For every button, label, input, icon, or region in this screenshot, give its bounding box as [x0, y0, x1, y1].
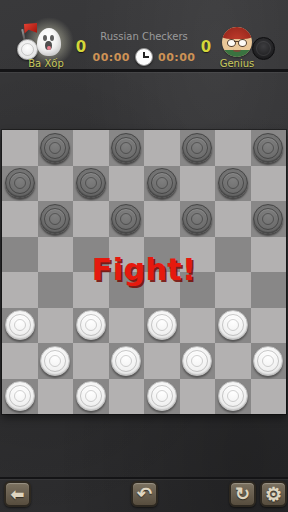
back-button[interactable]: ⬅ [4, 481, 31, 507]
square-b2[interactable] [38, 343, 74, 379]
undo-button[interactable]: ↶ [131, 481, 158, 507]
header-divider [0, 69, 288, 72]
white-piece[interactable] [40, 346, 70, 376]
black-piece[interactable] [218, 168, 248, 198]
square-d2[interactable] [109, 343, 145, 379]
square-d8[interactable] [109, 130, 145, 166]
black-piece[interactable] [111, 204, 141, 234]
square-f8[interactable] [180, 130, 216, 166]
square-f1[interactable] [180, 379, 216, 415]
square-g8[interactable] [215, 130, 251, 166]
rotate-arrows-icon: ↻ [235, 483, 250, 505]
square-a7[interactable] [2, 166, 38, 202]
square-f7[interactable] [180, 166, 216, 202]
square-b1[interactable] [38, 379, 74, 415]
square-f2[interactable] [180, 343, 216, 379]
square-c2[interactable] [73, 343, 109, 379]
square-h1[interactable] [251, 379, 287, 415]
square-c1[interactable] [73, 379, 109, 415]
square-e7[interactable] [144, 166, 180, 202]
square-b8[interactable] [38, 130, 74, 166]
gear-icon: ⚙ [265, 483, 282, 506]
timer-left: 00:00 [92, 51, 130, 64]
square-c7[interactable] [73, 166, 109, 202]
player-right-name: Genius [205, 58, 269, 69]
white-piece[interactable] [218, 310, 248, 340]
square-b3[interactable] [38, 308, 74, 344]
square-c3[interactable] [73, 308, 109, 344]
square-a1[interactable] [2, 379, 38, 415]
white-piece[interactable] [76, 310, 106, 340]
square-f3[interactable] [180, 308, 216, 344]
square-b7[interactable] [38, 166, 74, 202]
square-e6[interactable] [144, 201, 180, 237]
back-arrow-icon: ⬅ [11, 485, 24, 504]
toolbar-divider [0, 477, 288, 479]
white-piece[interactable] [253, 346, 283, 376]
white-piece[interactable] [182, 346, 212, 376]
square-h6[interactable] [251, 201, 287, 237]
square-h3[interactable] [251, 308, 287, 344]
black-checker-icon [252, 37, 275, 60]
square-e1[interactable] [144, 379, 180, 415]
square-e8[interactable] [144, 130, 180, 166]
white-piece[interactable] [147, 381, 177, 411]
square-a6[interactable] [2, 201, 38, 237]
black-piece[interactable] [182, 133, 212, 163]
black-piece[interactable] [40, 133, 70, 163]
square-d3[interactable] [109, 308, 145, 344]
elf-hat [222, 27, 252, 39]
undo-arrow-icon: ↶ [137, 483, 152, 505]
square-d1[interactable] [109, 379, 145, 415]
square-b6[interactable] [38, 201, 74, 237]
player-right-score: 0 [197, 38, 215, 56]
white-piece[interactable] [111, 346, 141, 376]
black-piece[interactable] [5, 168, 35, 198]
black-piece[interactable] [40, 204, 70, 234]
white-piece[interactable] [76, 381, 106, 411]
black-piece[interactable] [253, 204, 283, 234]
square-g1[interactable] [215, 379, 251, 415]
clock-icon [135, 48, 153, 66]
square-g2[interactable] [215, 343, 251, 379]
square-e3[interactable] [144, 308, 180, 344]
settings-button[interactable]: ⚙ [260, 481, 287, 507]
square-c8[interactable] [73, 130, 109, 166]
square-h7[interactable] [251, 166, 287, 202]
square-g3[interactable] [215, 308, 251, 344]
black-piece[interactable] [253, 133, 283, 163]
timer-right: 00:00 [158, 51, 196, 64]
elf-glasses [238, 39, 247, 47]
elf-smile [233, 47, 241, 52]
fight-message: Fight! [0, 252, 288, 287]
square-a2[interactable] [2, 343, 38, 379]
player-right-avatar[interactable] [222, 27, 252, 57]
square-g6[interactable] [215, 201, 251, 237]
elf-glasses-bridge [234, 41, 239, 42]
white-piece[interactable] [5, 381, 35, 411]
black-piece[interactable] [111, 133, 141, 163]
square-h8[interactable] [251, 130, 287, 166]
square-d7[interactable] [109, 166, 145, 202]
black-piece[interactable] [147, 168, 177, 198]
black-piece[interactable] [76, 168, 106, 198]
rotate-button[interactable]: ↻ [229, 481, 256, 507]
square-f6[interactable] [180, 201, 216, 237]
square-a3[interactable] [2, 308, 38, 344]
square-d6[interactable] [109, 201, 145, 237]
white-piece[interactable] [147, 310, 177, 340]
square-c6[interactable] [73, 201, 109, 237]
black-piece[interactable] [182, 204, 212, 234]
square-h2[interactable] [251, 343, 287, 379]
square-a8[interactable] [2, 130, 38, 166]
app-screen: Ba Xốp 0 Russian Checkers 00:00 00:00 0 … [0, 0, 288, 512]
white-piece[interactable] [5, 310, 35, 340]
square-g7[interactable] [215, 166, 251, 202]
square-e2[interactable] [144, 343, 180, 379]
white-piece[interactable] [218, 381, 248, 411]
